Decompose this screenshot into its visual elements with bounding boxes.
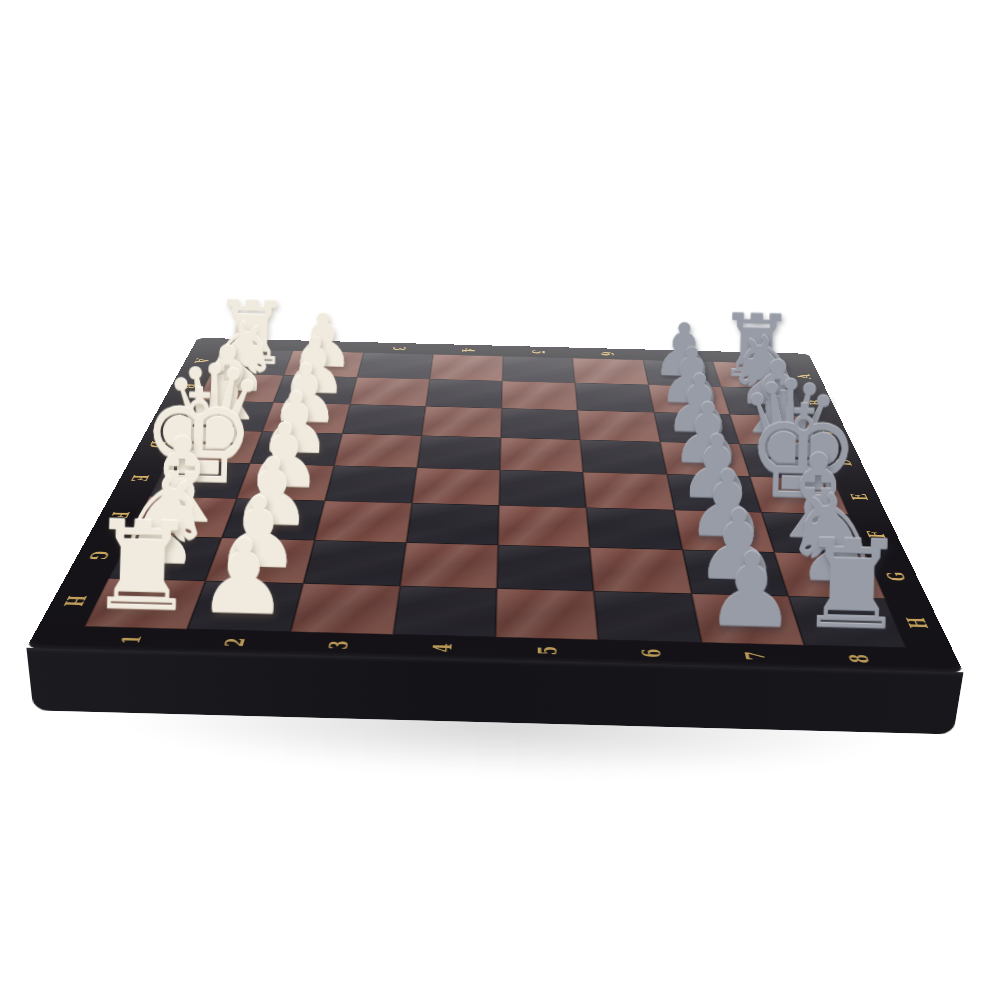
- square-d6[interactable]: [580, 440, 666, 475]
- coord-label: 2: [221, 637, 249, 646]
- square-c3[interactable]: [342, 404, 426, 435]
- coord-label: 6: [598, 352, 615, 356]
- coord-label: 1: [116, 635, 145, 644]
- piece-gray-rook-h8[interactable]: ♜: [800, 633, 901, 636]
- square-f4[interactable]: [406, 503, 499, 545]
- coord-label: 4: [460, 348, 477, 352]
- piece-white-rook-h1[interactable]: ♜: [91, 614, 192, 617]
- board-3d: 12345678A♜♟♟♜AB♞♟♟♞BC♝♟♟♝CD♛♟♟♛DE♚♟♟♚EF♝…: [26, 338, 964, 673]
- square-h4[interactable]: [393, 586, 497, 637]
- coord-label: H: [903, 617, 932, 629]
- gray-pawn-glyph: ♟: [703, 538, 797, 643]
- piece-white-pawn-h2[interactable]: ♟: [192, 617, 293, 620]
- piece-gray-pawn-h7[interactable]: ♟: [699, 630, 800, 633]
- square-e4[interactable]: [412, 468, 500, 506]
- gray-rook-glyph: ♜: [796, 523, 908, 648]
- square-f3[interactable]: [314, 501, 412, 542]
- square-g4[interactable]: [400, 542, 498, 588]
- coord-label: 3: [390, 346, 407, 350]
- square-b4[interactable]: [426, 379, 503, 408]
- coord-label: 5: [535, 645, 560, 655]
- square-b6[interactable]: [575, 383, 653, 412]
- square-e3[interactable]: [324, 466, 416, 504]
- square-e5[interactable]: [499, 470, 586, 508]
- coord-label: 8: [846, 654, 874, 664]
- square-c6[interactable]: [578, 410, 660, 442]
- square-d3[interactable]: [334, 434, 422, 468]
- square-h7[interactable]: ♟: [691, 594, 804, 646]
- square-e6[interactable]: [583, 472, 674, 510]
- white-rook-glyph: ♜: [86, 505, 198, 630]
- square-f5[interactable]: [498, 506, 590, 548]
- square-g5[interactable]: [497, 545, 594, 591]
- board-scene: 12345678A♜♟♟♜AB♞♟♟♞BC♝♟♟♝CD♛♟♟♛DE♚♟♟♚EF♝…: [0, 0, 1000, 1000]
- coord-label: 3: [326, 640, 353, 649]
- white-pawn-glyph: ♟: [197, 525, 291, 630]
- square-h8[interactable]: ♜: [788, 596, 907, 648]
- chess-set-photo: 12345678A♜♟♟♜AB♞♟♟♞BC♝♟♟♝CD♛♟♟♛DE♚♟♟♚EF♝…: [0, 0, 1000, 1000]
- square-b3[interactable]: [350, 377, 430, 406]
- square-h2[interactable]: ♟: [187, 581, 302, 632]
- square-d5[interactable]: [500, 438, 583, 472]
- coord-label: 6: [638, 648, 664, 658]
- square-g3[interactable]: [303, 540, 406, 586]
- square-a3[interactable]: [357, 353, 433, 380]
- square-h3[interactable]: [290, 583, 400, 634]
- square-h5[interactable]: [496, 588, 599, 639]
- square-h1[interactable]: ♜: [85, 578, 206, 629]
- coord-label: 5: [529, 350, 546, 354]
- square-d4[interactable]: [417, 436, 501, 470]
- square-b5[interactable]: [502, 381, 578, 410]
- square-a4[interactable]: [429, 354, 502, 381]
- square-a5[interactable]: [502, 356, 575, 383]
- chess-board: 12345678A♜♟♟♜AB♞♟♟♞BC♝♟♟♝CD♛♟♟♛DE♚♟♟♚EF♝…: [26, 338, 964, 673]
- coord-label: 7: [742, 651, 769, 661]
- coord-label: 4: [430, 643, 456, 653]
- square-g6[interactable]: [590, 547, 691, 593]
- product-photo: 12345678A♜♟♟♜AB♞♟♟♞BC♝♟♟♝CD♛♟♟♛DE♚♟♟♚EF♝…: [0, 0, 1000, 1000]
- square-f6[interactable]: [586, 508, 682, 550]
- coord-label: H: [60, 595, 90, 607]
- board-border-corner: [907, 648, 964, 673]
- square-c4[interactable]: [421, 406, 501, 437]
- square-a6[interactable]: [573, 358, 648, 385]
- square-h6[interactable]: [594, 591, 701, 643]
- square-c5[interactable]: [501, 408, 580, 440]
